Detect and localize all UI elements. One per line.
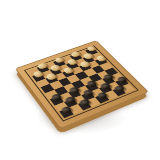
piece-dark-man-a3[interactable]: ⛂ (50, 93, 62, 101)
piece-light-man-c7[interactable]: ⛀ (50, 64, 61, 71)
scene: ⛀⛀⛀⛀⛀⛀⛀⛀⛀⛀⛀⛀⛂⛂⛂⛂⛂⛂⛂⛂⛂⛂⛂⛂ (0, 0, 160, 160)
square-a1[interactable]: ⛂ (59, 108, 73, 118)
piece-light-man-h6[interactable]: ⛀ (96, 55, 107, 62)
piece-light-man-h8[interactable]: ⛀ (86, 45, 97, 52)
piece-dark-man-b2[interactable]: ⛂ (64, 96, 76, 105)
piece-dark-man-f2[interactable]: ⛂ (99, 82, 111, 90)
piece-dark-man-g1[interactable]: ⛂ (113, 85, 125, 93)
board-frame: ⛀⛀⛀⛀⛀⛀⛀⛀⛀⛀⛀⛀⛂⛂⛂⛂⛂⛂⛂⛂⛂⛂⛂⛂ (15, 40, 149, 129)
photo-canvas: ⛀⛀⛀⛀⛀⛀⛀⛀⛀⛀⛀⛀⛂⛂⛂⛂⛂⛂⛂⛂⛂⛂⛂⛂ (0, 0, 160, 160)
piece-dark-man-e1[interactable]: ⛂ (96, 91, 108, 99)
piece-dark-man-c3[interactable]: ⛂ (68, 86, 80, 94)
piece-dark-man-c1[interactable]: ⛂ (78, 98, 91, 107)
checkers-board: ⛀⛀⛀⛀⛀⛀⛀⛀⛀⛀⛀⛀⛂⛂⛂⛂⛂⛂⛂⛂⛂⛂⛂⛂ (15, 40, 149, 129)
board-pinstripe-inlay: ⛀⛀⛀⛀⛀⛀⛀⛀⛀⛀⛀⛀⛂⛂⛂⛂⛂⛂⛂⛂⛂⛂⛂⛂ (24, 46, 139, 122)
piece-dark-man-h2[interactable]: ⛂ (116, 76, 128, 84)
